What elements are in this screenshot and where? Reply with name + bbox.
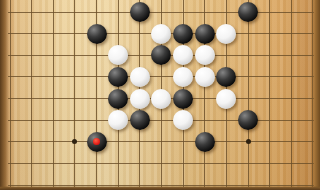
stone-black[interactable] bbox=[173, 89, 193, 109]
grid-line-vertical bbox=[291, 0, 292, 187]
stone-black[interactable] bbox=[195, 24, 215, 44]
stone-white[interactable] bbox=[130, 67, 150, 87]
stone-black[interactable] bbox=[108, 89, 128, 109]
grid-line-vertical bbox=[10, 0, 11, 187]
stone-white[interactable] bbox=[151, 89, 171, 109]
last-move-marker bbox=[93, 138, 100, 145]
stone-white[interactable] bbox=[173, 110, 193, 130]
grid-line-vertical bbox=[31, 0, 32, 187]
stone-black[interactable] bbox=[108, 67, 128, 87]
stone-white[interactable] bbox=[108, 45, 128, 65]
stone-black[interactable] bbox=[195, 132, 215, 152]
stone-black[interactable] bbox=[238, 110, 258, 130]
stone-white[interactable] bbox=[173, 67, 193, 87]
stone-black[interactable] bbox=[130, 2, 150, 22]
stone-black[interactable] bbox=[87, 24, 107, 44]
game-screenshot bbox=[0, 0, 320, 190]
grid-line-horizontal bbox=[8, 163, 314, 164]
stone-black[interactable] bbox=[151, 45, 171, 65]
stone-black[interactable] bbox=[130, 110, 150, 130]
board[interactable] bbox=[0, 0, 320, 190]
grid-line-horizontal bbox=[8, 141, 314, 142]
grid-line-horizontal bbox=[8, 76, 314, 77]
stone-black[interactable] bbox=[216, 67, 236, 87]
grid-line-vertical bbox=[53, 0, 54, 187]
stone-white[interactable] bbox=[173, 45, 193, 65]
stone-black[interactable] bbox=[238, 2, 258, 22]
stone-black[interactable] bbox=[173, 24, 193, 44]
grid-line-horizontal bbox=[8, 12, 314, 13]
grid-line-vertical bbox=[248, 0, 249, 187]
grid-line-vertical bbox=[74, 0, 75, 187]
star-point bbox=[246, 139, 251, 144]
stone-white[interactable] bbox=[195, 45, 215, 65]
stone-white[interactable] bbox=[216, 89, 236, 109]
grid-line-horizontal bbox=[8, 120, 314, 121]
stone-white[interactable] bbox=[151, 24, 171, 44]
stone-white[interactable] bbox=[130, 89, 150, 109]
stone-black[interactable] bbox=[87, 132, 107, 152]
star-point bbox=[72, 139, 77, 144]
grid-line-vertical bbox=[312, 0, 313, 187]
grid-line-horizontal bbox=[8, 185, 314, 186]
stone-white[interactable] bbox=[195, 67, 215, 87]
stone-white[interactable] bbox=[108, 110, 128, 130]
stone-white[interactable] bbox=[216, 24, 236, 44]
grid-line-vertical bbox=[269, 0, 270, 187]
